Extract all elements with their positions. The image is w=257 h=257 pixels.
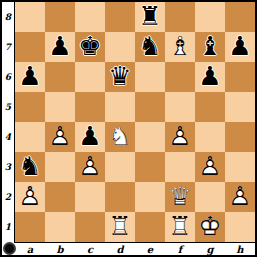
square-h1[interactable] [225,212,255,242]
square-c8[interactable] [75,2,105,32]
square-b7[interactable]: ♟ [45,32,75,62]
white-knight-on-d4: ♞♘ [105,122,135,152]
square-g1[interactable]: ♚♔ [195,212,225,242]
black-rook-glyph: ♜ [135,2,165,32]
square-a7[interactable] [15,32,45,62]
square-d7[interactable] [105,32,135,62]
square-b2[interactable] [45,182,75,212]
rank-label-4: 4 [2,122,14,152]
square-a1[interactable] [15,212,45,242]
file-label-b: b [45,243,75,255]
chess-diagram: ♜♟♚♞♝♗♝♟♟♛♟♟♙♟♞♘♟♙♞♟♙♟♙♟♙♛♕♟♙♜♖♜♖♚♔ 8765… [0,0,257,257]
white-knight-fill-glyph: ♞ [105,122,135,152]
black-knight-on-e7: ♞ [135,32,165,62]
square-e7[interactable]: ♞ [135,32,165,62]
white-king-on-g1: ♚♔ [195,212,225,242]
black-rook-on-e8: ♜ [135,2,165,32]
black-pawn-glyph: ♟ [195,62,225,92]
square-d5[interactable] [105,92,135,122]
square-e3[interactable] [135,152,165,182]
black-queen-glyph: ♛ [105,62,135,92]
square-d2[interactable] [105,182,135,212]
black-king-on-c7: ♚ [75,32,105,62]
square-b6[interactable] [45,62,75,92]
white-bishop-on-f7: ♝♗ [165,32,195,62]
square-d8[interactable] [105,2,135,32]
black-pawn-on-g6: ♟ [195,62,225,92]
black-pawn-glyph: ♟ [45,32,75,62]
white-pawn-outline-glyph: ♙ [195,152,225,182]
white-pawn-on-h2: ♟♙ [225,182,255,212]
white-pawn-on-g3: ♟♙ [195,152,225,182]
square-h3[interactable] [225,152,255,182]
white-queen-outline-glyph: ♕ [165,182,195,212]
white-rook-outline-glyph: ♖ [165,212,195,242]
white-pawn-outline-glyph: ♙ [165,122,195,152]
square-c3[interactable]: ♟♙ [75,152,105,182]
white-pawn-outline-glyph: ♙ [45,122,75,152]
square-b4[interactable]: ♟♙ [45,122,75,152]
square-g7[interactable]: ♝ [195,32,225,62]
file-label-f: f [165,243,195,255]
file-label-e: e [135,243,165,255]
black-knight-on-a3: ♞ [15,152,45,182]
square-c1[interactable] [75,212,105,242]
white-rook-fill-glyph: ♜ [105,212,135,242]
white-king-fill-glyph: ♚ [195,212,225,242]
rank-label-8: 8 [2,2,14,32]
square-c2[interactable] [75,182,105,212]
chess-board: ♜♟♚♞♝♗♝♟♟♛♟♟♙♟♞♘♟♙♞♟♙♟♙♟♙♛♕♟♙♜♖♜♖♚♔ [14,2,255,243]
black-pawn-on-h7: ♟ [225,32,255,62]
square-g3[interactable]: ♟♙ [195,152,225,182]
square-c5[interactable] [75,92,105,122]
black-pawn-on-a6: ♟ [15,62,45,92]
square-f7[interactable]: ♝♗ [165,32,195,62]
black-pawn-on-b7: ♟ [45,32,75,62]
white-pawn-on-b4: ♟♙ [45,122,75,152]
square-d1[interactable]: ♜♖ [105,212,135,242]
square-e1[interactable] [135,212,165,242]
white-rook-on-d1: ♜♖ [105,212,135,242]
black-pawn-glyph: ♟ [75,122,105,152]
square-a2[interactable]: ♟♙ [15,182,45,212]
square-a4[interactable] [15,122,45,152]
square-f1[interactable]: ♜♖ [165,212,195,242]
rank-label-6: 6 [2,62,14,92]
white-pawn-fill-glyph: ♟ [45,122,75,152]
square-c6[interactable] [75,62,105,92]
white-pawn-fill-glyph: ♟ [75,152,105,182]
square-a8[interactable] [15,2,45,32]
white-pawn-outline-glyph: ♙ [75,152,105,182]
black-to-move-indicator [3,242,16,255]
square-b8[interactable] [45,2,75,32]
square-a5[interactable] [15,92,45,122]
square-c7[interactable]: ♚ [75,32,105,62]
square-g8[interactable] [195,2,225,32]
white-rook-outline-glyph: ♖ [105,212,135,242]
white-rook-on-f1: ♜♖ [165,212,195,242]
black-king-glyph: ♚ [75,32,105,62]
square-d3[interactable] [105,152,135,182]
white-knight-outline-glyph: ♘ [105,122,135,152]
square-g5[interactable] [195,92,225,122]
square-f3[interactable] [165,152,195,182]
square-g4[interactable] [195,122,225,152]
square-b5[interactable] [45,92,75,122]
black-queen-on-d6: ♛ [105,62,135,92]
square-h8[interactable] [225,2,255,32]
square-g2[interactable] [195,182,225,212]
black-pawn-on-c4: ♟ [75,122,105,152]
black-knight-glyph: ♞ [15,152,45,182]
square-b1[interactable] [45,212,75,242]
square-e6[interactable] [135,62,165,92]
black-pawn-glyph: ♟ [15,62,45,92]
square-e5[interactable] [135,92,165,122]
square-h6[interactable] [225,62,255,92]
square-a3[interactable]: ♞ [15,152,45,182]
square-f5[interactable] [165,92,195,122]
file-label-g: g [195,243,225,255]
square-h4[interactable] [225,122,255,152]
file-label-h: h [225,243,255,255]
white-pawn-on-c3: ♟♙ [75,152,105,182]
square-e2[interactable] [135,182,165,212]
white-pawn-outline-glyph: ♙ [15,182,45,212]
square-d4[interactable]: ♞♘ [105,122,135,152]
square-h5[interactable] [225,92,255,122]
white-rook-fill-glyph: ♜ [165,212,195,242]
white-pawn-fill-glyph: ♟ [165,122,195,152]
white-pawn-outline-glyph: ♙ [225,182,255,212]
square-f2[interactable]: ♛♕ [165,182,195,212]
white-pawn-on-a2: ♟♙ [15,182,45,212]
white-pawn-on-f4: ♟♙ [165,122,195,152]
rank-label-2: 2 [2,182,14,212]
square-a6[interactable]: ♟ [15,62,45,92]
rank-label-1: 1 [2,212,14,242]
square-d6[interactable]: ♛ [105,62,135,92]
rank-label-3: 3 [2,152,14,182]
rank-label-7: 7 [2,32,14,62]
square-b3[interactable] [45,152,75,182]
white-bishop-fill-glyph: ♝ [165,32,195,62]
square-f8[interactable] [165,2,195,32]
square-h7[interactable]: ♟ [225,32,255,62]
square-h2[interactable]: ♟♙ [225,182,255,212]
square-e8[interactable]: ♜ [135,2,165,32]
white-bishop-outline-glyph: ♗ [165,32,195,62]
file-label-d: d [105,243,135,255]
square-c4[interactable]: ♟ [75,122,105,152]
white-pawn-fill-glyph: ♟ [225,182,255,212]
black-bishop-on-g7: ♝ [195,32,225,62]
white-pawn-fill-glyph: ♟ [15,182,45,212]
white-queen-fill-glyph: ♛ [165,182,195,212]
white-king-outline-glyph: ♔ [195,212,225,242]
square-g6[interactable]: ♟ [195,62,225,92]
black-bishop-glyph: ♝ [195,32,225,62]
white-pawn-fill-glyph: ♟ [195,152,225,182]
black-knight-glyph: ♞ [135,32,165,62]
square-f4[interactable]: ♟♙ [165,122,195,152]
file-label-a: a [15,243,45,255]
black-pawn-glyph: ♟ [225,32,255,62]
square-e4[interactable] [135,122,165,152]
rank-label-5: 5 [2,92,14,122]
white-queen-on-f2: ♛♕ [165,182,195,212]
square-f6[interactable] [165,62,195,92]
file-label-c: c [75,243,105,255]
